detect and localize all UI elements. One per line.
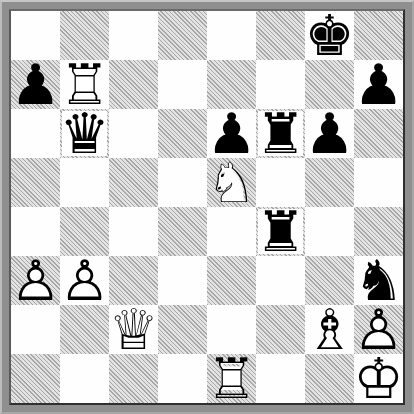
piece-black-queen-b6: ♛ (62, 111, 107, 156)
square-d3[interactable] (158, 256, 207, 305)
square-a7[interactable]: ♟ (11, 60, 60, 109)
square-c8[interactable] (109, 11, 158, 60)
square-e3[interactable] (207, 256, 256, 305)
square-a3[interactable]: ♙ (11, 256, 60, 305)
square-a5[interactable] (11, 158, 60, 207)
square-f8[interactable] (256, 11, 305, 60)
square-d4[interactable] (158, 207, 207, 256)
piece-white-rook-e1: ♖ (209, 356, 254, 401)
square-c7[interactable] (109, 60, 158, 109)
square-d2[interactable] (158, 305, 207, 354)
square-d8[interactable] (158, 11, 207, 60)
square-a1[interactable] (11, 354, 60, 403)
square-g6[interactable]: ♟ (305, 109, 354, 158)
square-c4[interactable] (109, 207, 158, 256)
chess-board-frame-mid: ♚♟♖♟♛♟♜♟♘♜♙♙♞♕♗♙♖♔ (2, 2, 412, 412)
square-h5[interactable] (354, 158, 403, 207)
square-g4[interactable] (305, 207, 354, 256)
square-h1[interactable]: ♔ (354, 354, 403, 403)
square-c5[interactable] (109, 158, 158, 207)
square-c2[interactable]: ♕ (109, 305, 158, 354)
square-f2[interactable] (256, 305, 305, 354)
square-e1[interactable]: ♖ (207, 354, 256, 403)
piece-black-king-g8: ♚ (307, 13, 352, 58)
chess-board-frame-inner-edge: ♚♟♖♟♛♟♜♟♘♜♙♙♞♕♗♙♖♔ (9, 9, 405, 405)
square-g2[interactable]: ♗ (305, 305, 354, 354)
piece-black-pawn-g6: ♟ (307, 111, 352, 156)
square-e8[interactable] (207, 11, 256, 60)
square-b3[interactable]: ♙ (60, 256, 109, 305)
piece-white-knight-e5: ♘ (209, 160, 254, 205)
square-f6[interactable]: ♜ (256, 109, 305, 158)
piece-white-king-h1: ♔ (356, 356, 401, 401)
square-b6[interactable]: ♛ (60, 109, 109, 158)
square-f4[interactable]: ♜ (256, 207, 305, 256)
square-g8[interactable]: ♚ (305, 11, 354, 60)
piece-black-rook-f4: ♜ (258, 209, 303, 254)
square-d7[interactable] (158, 60, 207, 109)
square-e5[interactable]: ♘ (207, 158, 256, 207)
piece-white-queen-c2: ♕ (111, 307, 156, 352)
chess-board: ♚♟♖♟♛♟♜♟♘♜♙♙♞♕♗♙♖♔ (11, 11, 403, 403)
piece-black-pawn-h7: ♟ (356, 62, 401, 107)
square-h7[interactable]: ♟ (354, 60, 403, 109)
piece-black-pawn-a7: ♟ (13, 62, 58, 107)
square-d1[interactable] (158, 354, 207, 403)
square-b1[interactable] (60, 354, 109, 403)
square-d6[interactable] (158, 109, 207, 158)
piece-white-bishop-g2: ♗ (307, 307, 352, 352)
piece-black-rook-f6: ♜ (258, 111, 303, 156)
square-d5[interactable] (158, 158, 207, 207)
square-f1[interactable] (256, 354, 305, 403)
piece-white-pawn-a3: ♙ (13, 258, 58, 303)
piece-white-pawn-b3: ♙ (62, 258, 107, 303)
chess-board-frame: ♚♟♖♟♛♟♜♟♘♜♙♙♞♕♗♙♖♔ (0, 0, 414, 414)
square-c6[interactable] (109, 109, 158, 158)
